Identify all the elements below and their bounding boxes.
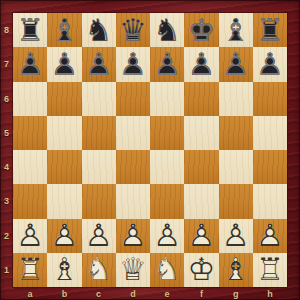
rank-labels: 87654321	[0, 13, 13, 287]
square-g4[interactable]	[219, 150, 253, 184]
white-pawn-a2: ♟♙	[13, 219, 47, 253]
piece-outline-glyph: ♗	[47, 13, 81, 47]
white-knight-c1: ♞♘	[82, 253, 116, 287]
white-bishop-g1: ♝♗	[219, 253, 253, 287]
piece-outline-glyph: ♙	[13, 47, 47, 81]
piece-outline-glyph: ♕	[116, 253, 150, 287]
rank-label-3: 3	[0, 184, 13, 218]
square-d6[interactable]	[116, 82, 150, 116]
file-label-g: g	[219, 287, 253, 300]
black-bishop-b8: ♝♗	[47, 13, 81, 47]
white-rook-a1: ♜♖	[13, 253, 47, 287]
rank-label-8: 8	[0, 13, 13, 47]
piece-outline-glyph: ♗	[219, 253, 253, 287]
square-g3[interactable]	[219, 184, 253, 218]
file-label-d: d	[116, 287, 150, 300]
square-f3[interactable]	[184, 184, 218, 218]
piece-outline-glyph: ♙	[219, 219, 253, 253]
piece-outline-glyph: ♙	[184, 219, 218, 253]
rank-label-1: 1	[0, 253, 13, 287]
piece-outline-glyph: ♖	[13, 253, 47, 287]
square-e3[interactable]	[150, 184, 184, 218]
square-a8[interactable]: ♜♖	[13, 13, 47, 47]
square-d4[interactable]	[116, 150, 150, 184]
square-c6[interactable]	[82, 82, 116, 116]
piece-outline-glyph: ♘	[150, 13, 184, 47]
black-rook-h8: ♜♖	[253, 13, 287, 47]
square-a5[interactable]	[13, 116, 47, 150]
piece-outline-glyph: ♕	[116, 13, 150, 47]
square-g7[interactable]: ♟♙	[219, 47, 253, 81]
square-a7[interactable]: ♟♙	[13, 47, 47, 81]
square-e6[interactable]	[150, 82, 184, 116]
square-f5[interactable]	[184, 116, 218, 150]
piece-outline-glyph: ♙	[82, 219, 116, 253]
black-queen-d8: ♛♕	[116, 13, 150, 47]
piece-outline-glyph: ♙	[219, 47, 253, 81]
white-pawn-b2: ♟♙	[47, 219, 81, 253]
black-pawn-a7: ♟♙	[13, 47, 47, 81]
white-pawn-d2: ♟♙	[116, 219, 150, 253]
square-a2[interactable]: ♟♙	[13, 219, 47, 253]
white-pawn-e2: ♟♙	[150, 219, 184, 253]
square-a6[interactable]	[13, 82, 47, 116]
piece-outline-glyph: ♘	[150, 253, 184, 287]
square-d7[interactable]: ♟♙	[116, 47, 150, 81]
square-c4[interactable]	[82, 150, 116, 184]
piece-outline-glyph: ♙	[116, 47, 150, 81]
square-b5[interactable]	[47, 116, 81, 150]
black-king-f8: ♚♔	[184, 13, 218, 47]
square-a3[interactable]	[13, 184, 47, 218]
square-c8[interactable]: ♞♘	[82, 13, 116, 47]
piece-outline-glyph: ♘	[82, 13, 116, 47]
black-pawn-h7: ♟♙	[253, 47, 287, 81]
piece-outline-glyph: ♙	[82, 47, 116, 81]
square-b6[interactable]	[47, 82, 81, 116]
square-f1[interactable]: ♚♔	[184, 253, 218, 287]
black-pawn-d7: ♟♙	[116, 47, 150, 81]
chess-board-frame: 87654321 abcdefgh ♜♖♝♗♞♘♛♕♞♘♚♔♝♗♜♖♟♙♟♙♟♙…	[0, 0, 300, 300]
square-c7[interactable]: ♟♙	[82, 47, 116, 81]
square-h6[interactable]	[253, 82, 287, 116]
file-label-h: h	[253, 287, 287, 300]
rank-label-5: 5	[0, 116, 13, 150]
file-label-e: e	[150, 287, 184, 300]
white-rook-h1: ♜♖	[253, 253, 287, 287]
square-e1[interactable]: ♞♘	[150, 253, 184, 287]
black-rook-a8: ♜♖	[13, 13, 47, 47]
square-f6[interactable]	[184, 82, 218, 116]
square-e5[interactable]	[150, 116, 184, 150]
square-h5[interactable]	[253, 116, 287, 150]
file-label-c: c	[82, 287, 116, 300]
piece-outline-glyph: ♖	[253, 13, 287, 47]
square-d2[interactable]: ♟♙	[116, 219, 150, 253]
square-e2[interactable]: ♟♙	[150, 219, 184, 253]
square-b3[interactable]	[47, 184, 81, 218]
white-pawn-h2: ♟♙	[253, 219, 287, 253]
piece-outline-glyph: ♙	[47, 219, 81, 253]
square-f4[interactable]	[184, 150, 218, 184]
square-h8[interactable]: ♜♖	[253, 13, 287, 47]
square-h3[interactable]	[253, 184, 287, 218]
square-b1[interactable]: ♝♗	[47, 253, 81, 287]
piece-outline-glyph: ♙	[150, 219, 184, 253]
black-pawn-c7: ♟♙	[82, 47, 116, 81]
square-c3[interactable]	[82, 184, 116, 218]
white-queen-d1: ♛♕	[116, 253, 150, 287]
square-h2[interactable]: ♟♙	[253, 219, 287, 253]
black-knight-e8: ♞♘	[150, 13, 184, 47]
file-label-a: a	[13, 287, 47, 300]
piece-outline-glyph: ♙	[47, 47, 81, 81]
piece-outline-glyph: ♙	[253, 47, 287, 81]
black-pawn-g7: ♟♙	[219, 47, 253, 81]
square-g1[interactable]: ♝♗	[219, 253, 253, 287]
square-d5[interactable]	[116, 116, 150, 150]
white-pawn-g2: ♟♙	[219, 219, 253, 253]
square-g8[interactable]: ♝♗	[219, 13, 253, 47]
square-c2[interactable]: ♟♙	[82, 219, 116, 253]
square-d3[interactable]	[116, 184, 150, 218]
square-f7[interactable]: ♟♙	[184, 47, 218, 81]
square-c5[interactable]	[82, 116, 116, 150]
square-b2[interactable]: ♟♙	[47, 219, 81, 253]
square-h1[interactable]: ♜♖	[253, 253, 287, 287]
board: ♜♖♝♗♞♘♛♕♞♘♚♔♝♗♜♖♟♙♟♙♟♙♟♙♟♙♟♙♟♙♟♙♟♙♟♙♟♙♟♙…	[13, 13, 287, 287]
square-g6[interactable]	[219, 82, 253, 116]
square-e7[interactable]: ♟♙	[150, 47, 184, 81]
file-label-f: f	[184, 287, 218, 300]
square-e8[interactable]: ♞♘	[150, 13, 184, 47]
piece-outline-glyph: ♙	[150, 47, 184, 81]
black-pawn-e7: ♟♙	[150, 47, 184, 81]
piece-outline-glyph: ♗	[219, 13, 253, 47]
white-knight-e1: ♞♘	[150, 253, 184, 287]
square-h4[interactable]	[253, 150, 287, 184]
square-g2[interactable]: ♟♙	[219, 219, 253, 253]
black-pawn-b7: ♟♙	[47, 47, 81, 81]
square-d8[interactable]: ♛♕	[116, 13, 150, 47]
square-b8[interactable]: ♝♗	[47, 13, 81, 47]
piece-outline-glyph: ♖	[13, 13, 47, 47]
piece-outline-glyph: ♙	[116, 219, 150, 253]
piece-outline-glyph: ♔	[184, 13, 218, 47]
square-a1[interactable]: ♜♖	[13, 253, 47, 287]
file-labels: abcdefgh	[13, 287, 287, 300]
piece-outline-glyph: ♘	[82, 253, 116, 287]
square-b4[interactable]	[47, 150, 81, 184]
rank-label-6: 6	[0, 82, 13, 116]
white-pawn-c2: ♟♙	[82, 219, 116, 253]
square-f8[interactable]: ♚♔	[184, 13, 218, 47]
square-e4[interactable]	[150, 150, 184, 184]
black-bishop-g8: ♝♗	[219, 13, 253, 47]
piece-outline-glyph: ♙	[184, 47, 218, 81]
piece-outline-glyph: ♔	[184, 253, 218, 287]
white-bishop-b1: ♝♗	[47, 253, 81, 287]
piece-outline-glyph: ♖	[253, 253, 287, 287]
square-h7[interactable]: ♟♙	[253, 47, 287, 81]
file-label-b: b	[47, 287, 81, 300]
piece-outline-glyph: ♙	[253, 219, 287, 253]
square-a4[interactable]	[13, 150, 47, 184]
square-b7[interactable]: ♟♙	[47, 47, 81, 81]
rank-label-7: 7	[0, 47, 13, 81]
rank-label-2: 2	[0, 219, 13, 253]
white-pawn-f2: ♟♙	[184, 219, 218, 253]
black-knight-c8: ♞♘	[82, 13, 116, 47]
square-g5[interactable]	[219, 116, 253, 150]
piece-outline-glyph: ♙	[13, 219, 47, 253]
rank-label-4: 4	[0, 150, 13, 184]
black-pawn-f7: ♟♙	[184, 47, 218, 81]
white-king-f1: ♚♔	[184, 253, 218, 287]
square-d1[interactable]: ♛♕	[116, 253, 150, 287]
piece-outline-glyph: ♗	[47, 253, 81, 287]
square-f2[interactable]: ♟♙	[184, 219, 218, 253]
square-c1[interactable]: ♞♘	[82, 253, 116, 287]
